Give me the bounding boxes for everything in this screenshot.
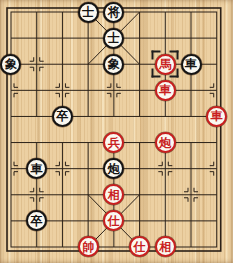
red-cannon-glyph: 炮 (155, 132, 176, 153)
piece-grid: 士将士象象馬車車卒車兵炮車炮相卒仕帥仕相 (0, 0, 230, 260)
piece-black-soldier[interactable]: 卒 (50, 103, 76, 129)
black-advisor-glyph: 士 (78, 2, 99, 23)
red-advisor-glyph: 仕 (103, 210, 124, 231)
piece-red-cannon[interactable]: 炮 (152, 130, 178, 156)
black-soldier-glyph: 卒 (52, 106, 73, 127)
piece-black-elephant[interactable]: 象 (0, 51, 24, 77)
piece-red-advisor[interactable]: 仕 (101, 208, 127, 234)
black-advisor-glyph: 士 (103, 28, 124, 49)
piece-red-horse[interactable]: 馬 (152, 51, 178, 77)
red-general-glyph: 帥 (78, 236, 99, 257)
piece-black-chariot[interactable]: 車 (24, 156, 50, 182)
black-chariot-glyph: 車 (26, 158, 47, 179)
piece-black-elephant[interactable]: 象 (101, 51, 127, 77)
piece-red-general[interactable]: 帥 (75, 234, 101, 260)
black-elephant-glyph: 象 (0, 54, 21, 75)
piece-red-elephant[interactable]: 相 (152, 234, 178, 260)
red-horse-glyph: 馬 (155, 54, 176, 75)
piece-red-advisor[interactable]: 仕 (127, 234, 153, 260)
red-chariot-glyph: 車 (155, 80, 176, 101)
piece-black-advisor[interactable]: 士 (101, 25, 127, 51)
piece-red-elephant[interactable]: 相 (101, 182, 127, 208)
red-elephant-glyph: 相 (103, 184, 124, 205)
piece-black-advisor[interactable]: 士 (75, 0, 101, 25)
black-soldier-glyph: 卒 (26, 210, 47, 231)
piece-black-chariot[interactable]: 車 (178, 51, 204, 77)
piece-red-chariot[interactable]: 車 (152, 77, 178, 103)
black-general-glyph: 将 (103, 2, 124, 23)
piece-black-cannon[interactable]: 炮 (101, 156, 127, 182)
red-chariot-glyph: 車 (206, 106, 227, 127)
red-elephant-glyph: 相 (155, 236, 176, 257)
black-elephant-glyph: 象 (103, 54, 124, 75)
piece-black-soldier[interactable]: 卒 (24, 208, 50, 234)
piece-red-soldier[interactable]: 兵 (101, 130, 127, 156)
black-chariot-glyph: 車 (181, 54, 202, 75)
piece-red-chariot[interactable]: 車 (204, 103, 230, 129)
black-cannon-glyph: 炮 (103, 158, 124, 179)
xiangqi-board: 士将士象象馬車車卒車兵炮車炮相卒仕帥仕相 (0, 0, 233, 263)
piece-black-general[interactable]: 将 (101, 0, 127, 25)
red-advisor-glyph: 仕 (129, 236, 150, 257)
red-soldier-glyph: 兵 (103, 132, 124, 153)
